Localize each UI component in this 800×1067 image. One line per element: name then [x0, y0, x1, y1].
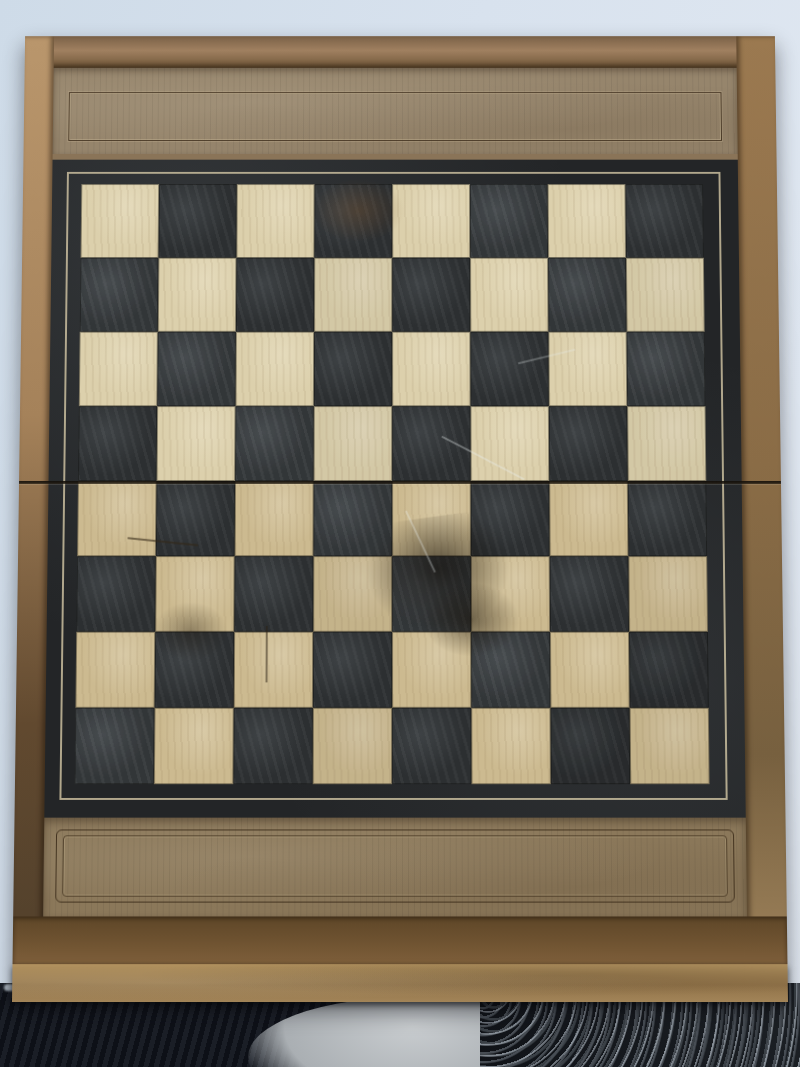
top-wood-panel — [53, 68, 738, 154]
square-h3[interactable] — [628, 556, 708, 632]
square-e5[interactable] — [392, 406, 471, 481]
square-c6[interactable] — [235, 332, 314, 406]
board-front-bevel — [12, 964, 788, 1002]
square-e2[interactable] — [392, 632, 471, 708]
square-d1[interactable] — [313, 708, 392, 784]
square-f4[interactable] — [471, 481, 550, 556]
square-f2[interactable] — [471, 632, 550, 708]
square-d6[interactable] — [314, 332, 392, 406]
square-b4[interactable] — [156, 481, 235, 556]
square-g2[interactable] — [550, 632, 630, 708]
square-b2[interactable] — [155, 632, 235, 708]
square-c4[interactable] — [235, 481, 314, 556]
square-g4[interactable] — [549, 481, 628, 556]
square-d7[interactable] — [314, 258, 392, 332]
board-frame-top — [25, 36, 776, 68]
square-g1[interactable] — [550, 708, 630, 784]
square-h5[interactable] — [627, 406, 706, 481]
square-c2[interactable] — [234, 632, 313, 708]
square-f6[interactable] — [470, 332, 549, 406]
square-b7[interactable] — [158, 258, 237, 332]
square-e4[interactable] — [392, 481, 471, 556]
square-f7[interactable] — [470, 258, 548, 332]
square-a2[interactable] — [75, 632, 155, 708]
square-e8[interactable] — [392, 184, 470, 258]
square-d2[interactable] — [313, 632, 392, 708]
square-b3[interactable] — [155, 556, 234, 632]
square-a8[interactable] — [81, 184, 160, 258]
square-f5[interactable] — [471, 406, 550, 481]
square-h8[interactable] — [625, 184, 704, 258]
square-b8[interactable] — [158, 184, 236, 258]
square-a6[interactable] — [79, 332, 158, 406]
square-e1[interactable] — [392, 708, 471, 784]
square-c3[interactable] — [234, 556, 313, 632]
square-b5[interactable] — [157, 406, 236, 481]
square-h4[interactable] — [628, 481, 707, 556]
square-h7[interactable] — [626, 258, 705, 332]
board-front-edge — [13, 916, 788, 964]
fold-hinge-seam — [19, 481, 781, 484]
square-h1[interactable] — [630, 708, 710, 784]
square-d5[interactable] — [314, 406, 393, 481]
chessboard — [74, 184, 709, 784]
square-b1[interactable] — [154, 708, 234, 784]
square-d3[interactable] — [313, 556, 392, 632]
square-a3[interactable] — [76, 556, 156, 632]
square-g6[interactable] — [548, 332, 627, 406]
top-panel-inlay-line — [68, 92, 722, 141]
square-g8[interactable] — [548, 184, 626, 258]
square-e3[interactable] — [392, 556, 471, 632]
bottom-wood-panel — [43, 818, 747, 917]
square-a1[interactable] — [74, 708, 154, 784]
square-d8[interactable] — [314, 184, 392, 258]
square-a4[interactable] — [77, 481, 156, 556]
square-c1[interactable] — [233, 708, 313, 784]
square-c7[interactable] — [236, 258, 314, 332]
square-e7[interactable] — [392, 258, 470, 332]
square-c8[interactable] — [236, 184, 314, 258]
square-c5[interactable] — [235, 406, 314, 481]
square-g7[interactable] — [548, 258, 627, 332]
square-f1[interactable] — [471, 708, 551, 784]
square-f3[interactable] — [471, 556, 550, 632]
square-g5[interactable] — [549, 406, 628, 481]
square-e6[interactable] — [392, 332, 470, 406]
square-d4[interactable] — [313, 481, 392, 556]
square-h2[interactable] — [629, 632, 709, 708]
bottom-panel-inlay-inner — [62, 835, 728, 896]
black-border-band — [44, 160, 745, 818]
square-f8[interactable] — [470, 184, 548, 258]
folding-chessboard — [12, 36, 788, 1002]
square-b6[interactable] — [157, 332, 236, 406]
square-g3[interactable] — [550, 556, 629, 632]
square-h6[interactable] — [627, 332, 706, 406]
square-a7[interactable] — [80, 258, 159, 332]
square-a5[interactable] — [78, 406, 157, 481]
